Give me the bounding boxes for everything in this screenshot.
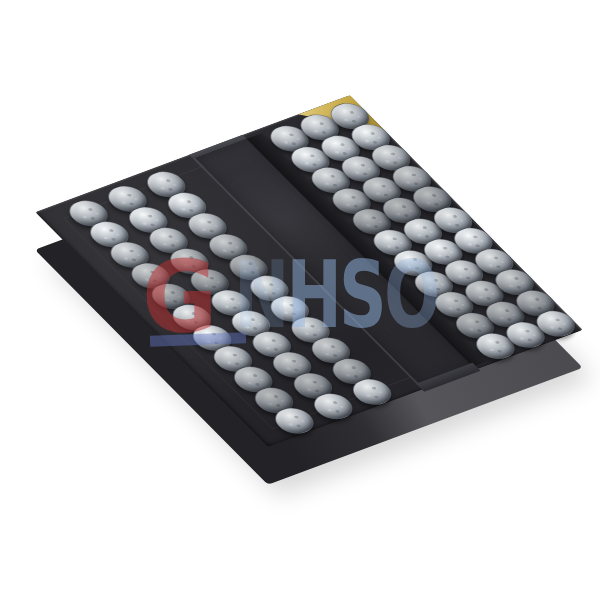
photo-canvas: G NHSO — [0, 0, 600, 600]
bga-chip — [35, 95, 583, 447]
